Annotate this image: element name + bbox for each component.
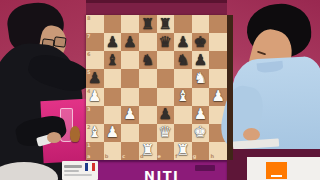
square-g2: ♚ [192,124,210,142]
square-d8: ♜ [139,15,157,33]
piece-white-pawn: ♟ [209,88,227,106]
right-player-photo: c [227,0,320,180]
rank-label-3: 3 [87,107,90,112]
square-d5 [139,69,157,87]
square-b1: b [104,142,122,160]
square-f6: ♞ [174,51,192,69]
piece-black-bishop: ♝ [104,51,122,69]
file-label-h: h [210,154,214,159]
square-e8: ♜ [157,15,175,33]
file-label-g: g [193,154,197,159]
square-d6: ♞ [139,51,157,69]
file-label-a: a [87,154,90,159]
banner-small-logo-box [195,165,215,171]
rank-label-5: 5 [87,70,90,75]
square-g6: ♟ [192,51,210,69]
rank-label-7: 7 [87,34,90,39]
square-c6 [121,51,139,69]
square-a4: 4♟ [86,88,104,106]
square-g5: ♞ [192,69,210,87]
square-e4 [157,88,175,106]
piece-white-pawn: ♟ [104,124,122,142]
france-flag-icon [85,163,95,171]
rank-label-1: 1 [87,143,90,148]
piece-black-knight: ♞ [139,51,157,69]
square-h7 [209,33,227,51]
square-a7: 7 [86,33,104,51]
square-a1: 1a [86,142,104,160]
square-b7: ♟ [104,33,122,51]
chess-board: 8♜♜7♟♟♛♟♚6♝♞♞♟5♟♞4♟♝♟3♟♟♟2♝♟♛♚1abcd♜ef♜g… [86,15,227,160]
square-e2: ♛ [157,124,175,142]
square-h5 [209,69,227,87]
piece-white-pawn: ♟ [121,106,139,124]
square-f1: f♜ [174,142,192,160]
square-f3 [174,106,192,124]
player-nameplate-card [62,161,98,180]
piece-white-pawn: ♟ [192,106,210,124]
square-f5 [174,69,192,87]
rank-label-6: 6 [87,52,90,57]
board-edge-shadow [227,15,233,160]
square-h1: h [209,142,227,160]
square-c5 [121,69,139,87]
square-a3: 3 [86,106,104,124]
square-d7 [139,33,157,51]
file-label-b: b [105,154,109,159]
square-g7: ♚ [192,33,210,51]
rank-label-4: 4 [87,89,90,94]
square-c4 [121,88,139,106]
piece-black-pawn: ♟ [192,51,210,69]
square-f8 [174,15,192,33]
square-g4 [192,88,210,106]
square-h6 [209,51,227,69]
left-player-hand [47,132,61,143]
bottom-banner: NITI [86,160,227,180]
square-h8 [209,15,227,33]
piece-white-bishop: ♝ [174,88,192,106]
square-c1: c [121,142,139,160]
square-g3: ♟ [192,106,210,124]
piece-black-rook: ♜ [139,15,157,33]
square-a6: 6 [86,51,104,69]
square-a8: 8 [86,15,104,33]
piece-black-pawn: ♟ [174,33,192,51]
square-b5 [104,69,122,87]
square-d3 [139,106,157,124]
glasses-icon [53,36,66,48]
square-b3 [104,106,122,124]
square-c7: ♟ [121,33,139,51]
piece-black-knight: ♞ [174,51,192,69]
square-b8 [104,15,122,33]
left-player-photo [0,0,86,180]
piece-white-knight: ♞ [192,69,210,87]
piece-black-pawn: ♟ [157,106,175,124]
square-b2: ♟ [104,124,122,142]
square-c3: ♟ [121,106,139,124]
file-label-c: c [122,154,125,159]
square-e3: ♟ [157,106,175,124]
flag-stripe-red [92,163,95,171]
nameplate-text-line [64,165,82,168]
nameplate-text-line [64,170,79,172]
piece-black-queen: ♛ [157,33,175,51]
top-maroon-strip [86,0,227,15]
square-g8 [192,15,210,33]
square-e7: ♛ [157,33,175,51]
square-c2 [121,124,139,142]
square-e5 [157,69,175,87]
piece-white-king: ♚ [192,124,210,142]
file-label-d: d [140,154,144,159]
nameplate-text-line [64,174,92,176]
square-a5: 5♟ [86,69,104,87]
square-e1: e [157,142,175,160]
piece-black-rook: ♜ [157,15,175,33]
thumbnail-stage: 8♜♜7♟♟♛♟♚6♝♞♞♟5♟♞4♟♝♟3♟♟♟2♝♟♛♚1abcd♜ef♜g… [0,0,320,180]
file-label-e: e [158,154,161,159]
orange-logo-text-bar [271,175,282,177]
square-b6: ♝ [104,51,122,69]
captured-wooden-piece [70,126,80,142]
square-e6 [157,51,175,69]
square-f7: ♟ [174,33,192,51]
square-c8 [121,15,139,33]
square-d4 [139,88,157,106]
square-d2 [139,124,157,142]
square-f4: ♝ [174,88,192,106]
piece-white-queen: ♛ [157,124,175,142]
piece-black-pawn: ♟ [104,33,122,51]
file-label-f: f [175,154,177,159]
banner-logo-text: NITI [144,168,179,180]
square-a2: 2♝ [86,124,104,142]
square-h4: ♟ [209,88,227,106]
square-f2 [174,124,192,142]
square-d1: d♜ [139,142,157,160]
rank-label-8: 8 [87,16,90,21]
rank-label-2: 2 [87,125,90,130]
piece-black-king: ♚ [192,33,210,51]
square-b4 [104,88,122,106]
piece-black-pawn: ♟ [121,33,139,51]
square-g1: g [192,142,210,160]
